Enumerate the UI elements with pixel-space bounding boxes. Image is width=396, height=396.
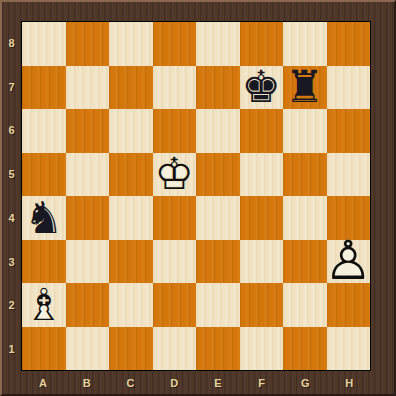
square-b5[interactable] <box>66 153 110 197</box>
square-a1[interactable] <box>22 327 66 371</box>
file-label-f: F <box>240 371 284 394</box>
square-d5[interactable]: ♚♔ <box>153 153 197 197</box>
square-g4[interactable] <box>283 196 327 240</box>
rank-label-3: 3 <box>2 240 21 284</box>
square-h2[interactable] <box>327 283 371 327</box>
square-a7[interactable] <box>22 66 66 110</box>
square-g6[interactable] <box>283 109 327 153</box>
piece-glyph-outline: ♔ <box>153 153 197 197</box>
square-h5[interactable] <box>327 153 371 197</box>
square-a2[interactable]: ♝♗ <box>22 283 66 327</box>
square-b8[interactable] <box>66 22 110 66</box>
square-c3[interactable] <box>109 240 153 284</box>
square-h8[interactable] <box>327 22 371 66</box>
piece-glyph-outline: ♙ <box>327 240 371 284</box>
square-d8[interactable] <box>153 22 197 66</box>
piece-white-bishop[interactable]: ♝♗ <box>22 283 66 327</box>
square-b6[interactable] <box>66 109 110 153</box>
chess-board-frame: 87654321 ABCDEFGH ♚♜♚♔♞♟♙♝♗ <box>0 0 396 396</box>
square-h1[interactable] <box>327 327 371 371</box>
square-c2[interactable] <box>109 283 153 327</box>
square-d7[interactable] <box>153 66 197 110</box>
rank-label-8: 8 <box>2 21 21 65</box>
square-e1[interactable] <box>196 327 240 371</box>
piece-black-king[interactable]: ♚ <box>240 66 284 110</box>
square-d3[interactable] <box>153 240 197 284</box>
square-c1[interactable] <box>109 327 153 371</box>
square-e8[interactable] <box>196 22 240 66</box>
square-e6[interactable] <box>196 109 240 153</box>
square-h6[interactable] <box>327 109 371 153</box>
rank-label-6: 6 <box>2 109 21 153</box>
file-label-b: B <box>65 371 109 394</box>
square-a3[interactable] <box>22 240 66 284</box>
file-label-a: A <box>21 371 65 394</box>
rank-label-7: 7 <box>2 65 21 109</box>
square-e7[interactable] <box>196 66 240 110</box>
square-f5[interactable] <box>240 153 284 197</box>
square-e4[interactable] <box>196 196 240 240</box>
piece-black-rook[interactable]: ♜ <box>283 66 327 110</box>
square-b3[interactable] <box>66 240 110 284</box>
square-f2[interactable] <box>240 283 284 327</box>
square-b2[interactable] <box>66 283 110 327</box>
rank-label-1: 1 <box>2 327 21 371</box>
square-f1[interactable] <box>240 327 284 371</box>
square-f3[interactable] <box>240 240 284 284</box>
rank-label-5: 5 <box>2 152 21 196</box>
square-f7[interactable]: ♚ <box>240 66 284 110</box>
square-f4[interactable] <box>240 196 284 240</box>
square-f8[interactable] <box>240 22 284 66</box>
square-c7[interactable] <box>109 66 153 110</box>
square-d2[interactable] <box>153 283 197 327</box>
square-h3[interactable]: ♟♙ <box>327 240 371 284</box>
square-g7[interactable]: ♜ <box>283 66 327 110</box>
square-c5[interactable] <box>109 153 153 197</box>
file-label-c: C <box>109 371 153 394</box>
square-e2[interactable] <box>196 283 240 327</box>
square-g8[interactable] <box>283 22 327 66</box>
square-a4[interactable]: ♞ <box>22 196 66 240</box>
square-g3[interactable] <box>283 240 327 284</box>
square-a6[interactable] <box>22 109 66 153</box>
square-b1[interactable] <box>66 327 110 371</box>
square-c8[interactable] <box>109 22 153 66</box>
piece-glyph-outline: ♗ <box>22 283 66 327</box>
rank-labels: 87654321 <box>2 21 21 371</box>
square-b4[interactable] <box>66 196 110 240</box>
square-g2[interactable] <box>283 283 327 327</box>
file-label-d: D <box>152 371 196 394</box>
square-f6[interactable] <box>240 109 284 153</box>
file-labels: ABCDEFGH <box>21 371 371 394</box>
piece-white-king[interactable]: ♚♔ <box>153 153 197 197</box>
piece-white-pawn[interactable]: ♟♙ <box>327 240 371 284</box>
rank-label-4: 4 <box>2 196 21 240</box>
square-a5[interactable] <box>22 153 66 197</box>
square-g1[interactable] <box>283 327 327 371</box>
square-d6[interactable] <box>153 109 197 153</box>
square-c4[interactable] <box>109 196 153 240</box>
file-label-g: G <box>284 371 328 394</box>
file-label-h: H <box>327 371 371 394</box>
file-label-e: E <box>196 371 240 394</box>
chess-board: ♚♜♚♔♞♟♙♝♗ <box>21 21 371 371</box>
square-d4[interactable] <box>153 196 197 240</box>
square-g5[interactable] <box>283 153 327 197</box>
square-d1[interactable] <box>153 327 197 371</box>
square-e3[interactable] <box>196 240 240 284</box>
square-h7[interactable] <box>327 66 371 110</box>
piece-black-knight[interactable]: ♞ <box>22 196 66 240</box>
square-a8[interactable] <box>22 22 66 66</box>
square-c6[interactable] <box>109 109 153 153</box>
square-e5[interactable] <box>196 153 240 197</box>
square-b7[interactable] <box>66 66 110 110</box>
rank-label-2: 2 <box>2 284 21 328</box>
